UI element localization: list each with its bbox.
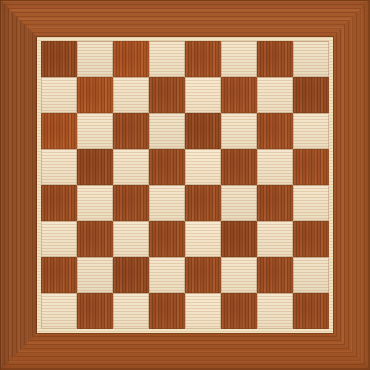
square-h4 [293,185,329,221]
square-a1 [41,293,77,329]
square-g2 [257,257,293,293]
square-b3 [77,221,113,257]
square-e8 [185,41,221,77]
square-h6 [293,113,329,149]
square-c6 [113,113,149,149]
square-b7 [77,77,113,113]
square-g4 [257,185,293,221]
square-d8 [149,41,185,77]
square-b4 [77,185,113,221]
square-g7 [257,77,293,113]
square-d7 [149,77,185,113]
square-f4 [221,185,257,221]
square-a3 [41,221,77,257]
square-e7 [185,77,221,113]
square-c1 [113,293,149,329]
square-f2 [221,257,257,293]
square-d3 [149,221,185,257]
square-d5 [149,149,185,185]
square-f3 [221,221,257,257]
square-f5 [221,149,257,185]
square-g6 [257,113,293,149]
square-f8 [221,41,257,77]
square-c7 [113,77,149,113]
square-e4 [185,185,221,221]
chessboard-photo [0,0,370,370]
square-d4 [149,185,185,221]
square-a6 [41,113,77,149]
square-c4 [113,185,149,221]
square-a5 [41,149,77,185]
square-a4 [41,185,77,221]
square-b1 [77,293,113,329]
square-a8 [41,41,77,77]
square-e3 [185,221,221,257]
square-e1 [185,293,221,329]
square-f7 [221,77,257,113]
square-b6 [77,113,113,149]
square-g5 [257,149,293,185]
square-c8 [113,41,149,77]
square-g1 [257,293,293,329]
square-f6 [221,113,257,149]
square-e5 [185,149,221,185]
square-e2 [185,257,221,293]
square-d2 [149,257,185,293]
square-c3 [113,221,149,257]
square-b2 [77,257,113,293]
square-g3 [257,221,293,257]
square-h3 [293,221,329,257]
square-b5 [77,149,113,185]
square-f1 [221,293,257,329]
square-g8 [257,41,293,77]
square-h1 [293,293,329,329]
square-a7 [41,77,77,113]
square-h5 [293,149,329,185]
square-c2 [113,257,149,293]
chess-board [41,41,329,329]
square-c5 [113,149,149,185]
square-b8 [77,41,113,77]
square-h8 [293,41,329,77]
square-h2 [293,257,329,293]
square-d6 [149,113,185,149]
square-d1 [149,293,185,329]
square-h7 [293,77,329,113]
square-e6 [185,113,221,149]
square-a2 [41,257,77,293]
